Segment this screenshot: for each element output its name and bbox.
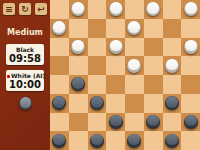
square-r4c6 bbox=[163, 75, 182, 94]
white-piece[interactable] bbox=[127, 59, 141, 73]
square-r0c3[interactable] bbox=[106, 0, 125, 19]
undo-button[interactable]: ↩ bbox=[35, 3, 47, 15]
square-r3c0[interactable] bbox=[50, 56, 69, 75]
square-r0c4 bbox=[125, 0, 144, 19]
square-r4c4 bbox=[125, 75, 144, 94]
square-r2c0 bbox=[50, 38, 69, 57]
square-r6c1[interactable] bbox=[69, 113, 88, 132]
square-r5c1 bbox=[69, 94, 88, 113]
square-r1c4[interactable] bbox=[125, 19, 144, 38]
square-r3c3 bbox=[106, 56, 125, 75]
restart-icon: ↻ bbox=[19, 3, 31, 15]
square-r7c6[interactable] bbox=[163, 131, 182, 150]
square-r1c2[interactable] bbox=[88, 19, 107, 38]
black-piece[interactable] bbox=[127, 134, 141, 148]
square-r3c1 bbox=[69, 56, 88, 75]
square-r4c2 bbox=[88, 75, 107, 94]
white-piece[interactable] bbox=[71, 40, 85, 54]
square-r2c3[interactable] bbox=[106, 38, 125, 57]
menu-icon: ≡ bbox=[3, 3, 15, 15]
square-r6c6 bbox=[163, 113, 182, 132]
square-r4c1[interactable] bbox=[69, 75, 88, 94]
square-r7c4[interactable] bbox=[125, 131, 144, 150]
square-r4c3[interactable] bbox=[106, 75, 125, 94]
square-r6c4 bbox=[125, 113, 144, 132]
square-r0c7[interactable] bbox=[181, 0, 200, 19]
black-clock-time: 09:58 bbox=[7, 53, 43, 64]
square-r2c1[interactable] bbox=[69, 38, 88, 57]
square-r6c5[interactable] bbox=[144, 113, 163, 132]
undo-icon: ↩ bbox=[35, 3, 47, 15]
square-r0c2 bbox=[88, 0, 107, 19]
square-r6c0 bbox=[50, 113, 69, 132]
black-player-label: Black bbox=[7, 46, 43, 53]
square-r4c5[interactable] bbox=[144, 75, 163, 94]
square-r2c2 bbox=[88, 38, 107, 57]
black-clock-panel: Black 09:58 bbox=[6, 44, 44, 65]
black-piece[interactable] bbox=[109, 115, 123, 129]
square-r2c5[interactable] bbox=[144, 38, 163, 57]
square-r6c2 bbox=[88, 113, 107, 132]
turn-indicator-dot bbox=[7, 75, 10, 78]
white-piece[interactable] bbox=[109, 2, 123, 16]
square-r1c6[interactable] bbox=[163, 19, 182, 38]
black-piece[interactable] bbox=[146, 115, 160, 129]
square-r5c7 bbox=[181, 94, 200, 113]
white-piece[interactable] bbox=[71, 2, 85, 16]
square-r0c0 bbox=[50, 0, 69, 19]
white-player-name: White (AI) bbox=[11, 72, 45, 79]
captured-black-piece bbox=[19, 97, 32, 110]
white-piece[interactable] bbox=[184, 2, 198, 16]
square-r2c7[interactable] bbox=[181, 38, 200, 57]
white-piece[interactable] bbox=[52, 21, 66, 35]
square-r1c5 bbox=[144, 19, 163, 38]
square-r5c5 bbox=[144, 94, 163, 113]
square-r0c6 bbox=[163, 0, 182, 19]
menu-button[interactable]: ≡ bbox=[3, 3, 15, 15]
square-r3c5 bbox=[144, 56, 163, 75]
sidebar: ≡ ↻ ↩ Medium Black 09:58 White (AI) 10:0… bbox=[0, 0, 50, 150]
black-piece[interactable] bbox=[184, 115, 198, 129]
black-piece[interactable] bbox=[165, 134, 179, 148]
restart-button[interactable]: ↻ bbox=[19, 3, 31, 15]
square-r3c7 bbox=[181, 56, 200, 75]
black-piece[interactable] bbox=[90, 134, 104, 148]
square-r0c5[interactable] bbox=[144, 0, 163, 19]
square-r5c0[interactable] bbox=[50, 94, 69, 113]
square-r5c4[interactable] bbox=[125, 94, 144, 113]
captured-pieces-tray bbox=[0, 97, 50, 111]
square-r1c3 bbox=[106, 19, 125, 38]
square-r2c4 bbox=[125, 38, 144, 57]
square-r4c7[interactable] bbox=[181, 75, 200, 94]
white-piece[interactable] bbox=[127, 21, 141, 35]
black-piece[interactable] bbox=[90, 96, 104, 110]
black-piece[interactable] bbox=[52, 134, 66, 148]
square-r7c7 bbox=[181, 131, 200, 150]
square-r7c5 bbox=[144, 131, 163, 150]
square-r4c0 bbox=[50, 75, 69, 94]
square-r3c2[interactable] bbox=[88, 56, 107, 75]
black-piece[interactable] bbox=[165, 96, 179, 110]
square-r6c3[interactable] bbox=[106, 113, 125, 132]
board bbox=[50, 0, 200, 150]
white-player-label: White (AI) bbox=[7, 72, 43, 79]
square-r1c7 bbox=[181, 19, 200, 38]
white-piece[interactable] bbox=[165, 59, 179, 73]
square-r1c1 bbox=[69, 19, 88, 38]
square-r7c1 bbox=[69, 131, 88, 150]
square-r2c6 bbox=[163, 38, 182, 57]
square-r5c3 bbox=[106, 94, 125, 113]
white-piece[interactable] bbox=[109, 40, 123, 54]
checkers-app: ≡ ↻ ↩ Medium Black 09:58 White (AI) 10:0… bbox=[0, 0, 200, 150]
square-r7c2[interactable] bbox=[88, 131, 107, 150]
black-piece[interactable] bbox=[71, 77, 85, 91]
square-r5c6[interactable] bbox=[163, 94, 182, 113]
toolbar: ≡ ↻ ↩ bbox=[3, 3, 47, 15]
square-r1c0[interactable] bbox=[50, 19, 69, 38]
white-piece[interactable] bbox=[184, 40, 198, 54]
white-clock-time: 10:00 bbox=[7, 79, 43, 90]
square-r6c7[interactable] bbox=[181, 113, 200, 132]
square-r7c0[interactable] bbox=[50, 131, 69, 150]
difficulty-label: Medium bbox=[7, 28, 43, 37]
square-r3c4[interactable] bbox=[125, 56, 144, 75]
square-r7c3 bbox=[106, 131, 125, 150]
square-r0c1[interactable] bbox=[69, 0, 88, 19]
white-clock-panel: White (AI) 10:00 bbox=[6, 70, 44, 91]
square-r3c6[interactable] bbox=[163, 56, 182, 75]
white-piece[interactable] bbox=[146, 2, 160, 16]
black-piece[interactable] bbox=[52, 96, 66, 110]
square-r5c2[interactable] bbox=[88, 94, 107, 113]
